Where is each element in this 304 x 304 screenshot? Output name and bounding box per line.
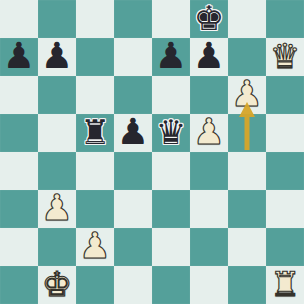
piece-black-king[interactable]: ♚ (194, 0, 224, 37)
square-f6[interactable] (190, 76, 228, 114)
square-b1[interactable]: ♚ (38, 266, 76, 304)
square-d5[interactable]: ♟ (114, 114, 152, 152)
square-e6[interactable] (152, 76, 190, 114)
square-a1[interactable] (0, 266, 38, 304)
square-d4[interactable] (114, 152, 152, 190)
square-g4[interactable] (228, 152, 266, 190)
piece-white-king[interactable]: ♚ (42, 265, 72, 303)
square-e4[interactable] (152, 152, 190, 190)
piece-white-queen[interactable]: ♛ (270, 37, 300, 75)
piece-white-pawn[interactable]: ♟ (193, 113, 225, 151)
square-e3[interactable] (152, 190, 190, 228)
piece-white-pawn[interactable]: ♟ (79, 227, 111, 265)
chess-board: ♚♟♟♟♟♛♟♜♟♛♟♟♟♚♜ (0, 0, 304, 304)
square-e5[interactable]: ♛ (152, 114, 190, 152)
square-b5[interactable] (38, 114, 76, 152)
square-a5[interactable] (0, 114, 38, 152)
square-h1[interactable]: ♜ (266, 266, 304, 304)
square-h7[interactable]: ♛ (266, 38, 304, 76)
square-f1[interactable] (190, 266, 228, 304)
square-h4[interactable] (266, 152, 304, 190)
square-g7[interactable] (228, 38, 266, 76)
square-b2[interactable] (38, 228, 76, 266)
piece-white-rook[interactable]: ♜ (270, 265, 300, 303)
square-e8[interactable] (152, 0, 190, 38)
piece-white-pawn[interactable]: ♟ (41, 189, 73, 227)
piece-black-pawn[interactable]: ♟ (117, 113, 149, 151)
square-g3[interactable] (228, 190, 266, 228)
square-b7[interactable]: ♟ (38, 38, 76, 76)
piece-black-pawn[interactable]: ♟ (155, 37, 187, 75)
square-c5[interactable]: ♜ (76, 114, 114, 152)
square-d3[interactable] (114, 190, 152, 228)
square-c7[interactable] (76, 38, 114, 76)
square-c3[interactable] (76, 190, 114, 228)
square-f8[interactable]: ♚ (190, 0, 228, 38)
square-a7[interactable]: ♟ (0, 38, 38, 76)
square-d6[interactable] (114, 76, 152, 114)
square-a8[interactable] (0, 0, 38, 38)
square-g5[interactable] (228, 114, 266, 152)
piece-black-pawn[interactable]: ♟ (41, 37, 73, 75)
square-e2[interactable] (152, 228, 190, 266)
piece-black-pawn[interactable]: ♟ (3, 37, 35, 75)
square-h6[interactable] (266, 76, 304, 114)
square-h3[interactable] (266, 190, 304, 228)
square-f7[interactable]: ♟ (190, 38, 228, 76)
square-e1[interactable] (152, 266, 190, 304)
board-grid: ♚♟♟♟♟♛♟♜♟♛♟♟♟♚♜ (0, 0, 304, 304)
square-h5[interactable] (266, 114, 304, 152)
square-c2[interactable]: ♟ (76, 228, 114, 266)
square-b3[interactable]: ♟ (38, 190, 76, 228)
piece-white-pawn[interactable]: ♟ (231, 75, 263, 113)
square-c8[interactable] (76, 0, 114, 38)
square-c1[interactable] (76, 266, 114, 304)
piece-black-queen[interactable]: ♛ (156, 113, 186, 151)
square-g6[interactable]: ♟ (228, 76, 266, 114)
square-a2[interactable] (0, 228, 38, 266)
square-e7[interactable]: ♟ (152, 38, 190, 76)
square-g8[interactable] (228, 0, 266, 38)
square-h2[interactable] (266, 228, 304, 266)
square-g1[interactable] (228, 266, 266, 304)
square-d8[interactable] (114, 0, 152, 38)
square-d2[interactable] (114, 228, 152, 266)
square-f4[interactable] (190, 152, 228, 190)
square-a6[interactable] (0, 76, 38, 114)
square-a4[interactable] (0, 152, 38, 190)
piece-black-pawn[interactable]: ♟ (193, 37, 225, 75)
square-d7[interactable] (114, 38, 152, 76)
square-f5[interactable]: ♟ (190, 114, 228, 152)
square-b4[interactable] (38, 152, 76, 190)
square-d1[interactable] (114, 266, 152, 304)
square-b6[interactable] (38, 76, 76, 114)
square-c6[interactable] (76, 76, 114, 114)
square-f2[interactable] (190, 228, 228, 266)
square-c4[interactable] (76, 152, 114, 190)
square-h8[interactable] (266, 0, 304, 38)
square-b8[interactable] (38, 0, 76, 38)
square-f3[interactable] (190, 190, 228, 228)
piece-black-rook[interactable]: ♜ (80, 113, 110, 151)
square-a3[interactable] (0, 190, 38, 228)
square-g2[interactable] (228, 228, 266, 266)
